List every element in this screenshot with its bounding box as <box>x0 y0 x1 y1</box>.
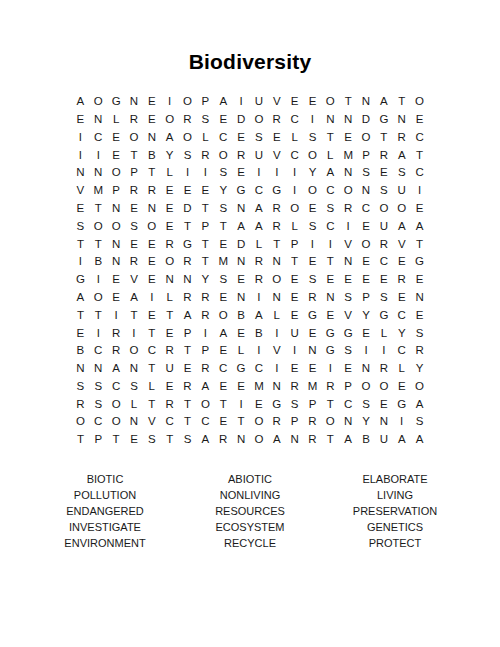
grid-cell[interactable]: A <box>250 307 268 325</box>
grid-cell[interactable]: C <box>393 307 411 325</box>
grid-cell[interactable]: M <box>304 378 322 396</box>
grid-cell[interactable]: E <box>214 413 232 431</box>
grid-cell[interactable]: G <box>393 396 411 414</box>
grid-cell[interactable]: E <box>232 324 250 342</box>
grid-cell[interactable]: N <box>375 413 393 431</box>
grid-cell[interactable]: T <box>161 431 179 449</box>
grid-cell[interactable]: G <box>232 360 250 378</box>
grid-cell[interactable]: P <box>357 146 375 164</box>
grid-cell[interactable]: G <box>107 93 125 111</box>
grid-cell[interactable]: I <box>196 164 214 182</box>
grid-cell[interactable]: T <box>214 218 232 236</box>
grid-cell[interactable]: T <box>321 129 339 147</box>
grid-cell[interactable]: Y <box>411 360 429 378</box>
grid-cell[interactable]: I <box>125 324 143 342</box>
grid-cell[interactable]: B <box>357 431 375 449</box>
grid-cell[interactable]: E <box>125 431 143 449</box>
grid-cell[interactable]: A <box>411 396 429 414</box>
grid-cell[interactable]: B <box>72 342 90 360</box>
grid-cell[interactable]: E <box>179 360 197 378</box>
grid-cell[interactable]: E <box>375 396 393 414</box>
grid-cell[interactable]: A <box>339 431 357 449</box>
grid-cell[interactable]: R <box>250 253 268 271</box>
grid-cell[interactable]: L <box>321 146 339 164</box>
grid-cell[interactable]: E <box>393 378 411 396</box>
grid-cell[interactable]: P <box>107 182 125 200</box>
grid-cell[interactable]: D <box>357 111 375 129</box>
grid-cell[interactable]: L <box>250 235 268 253</box>
grid-cell[interactable]: O <box>357 378 375 396</box>
grid-cell[interactable]: E <box>143 235 161 253</box>
grid-cell[interactable]: Y <box>357 307 375 325</box>
grid-cell[interactable]: S <box>179 431 197 449</box>
grid-cell[interactable]: E <box>411 307 429 325</box>
grid-cell[interactable]: E <box>214 342 232 360</box>
grid-cell[interactable]: N <box>357 182 375 200</box>
grid-cell[interactable]: E <box>196 182 214 200</box>
grid-cell[interactable]: N <box>357 360 375 378</box>
grid-cell[interactable]: N <box>143 200 161 218</box>
grid-cell[interactable]: V <box>339 307 357 325</box>
grid-cell[interactable]: U <box>161 360 179 378</box>
grid-cell[interactable]: E <box>286 93 304 111</box>
grid-cell[interactable]: O <box>393 200 411 218</box>
grid-cell[interactable]: E <box>232 129 250 147</box>
grid-cell[interactable]: O <box>304 146 322 164</box>
grid-cell[interactable]: E <box>161 378 179 396</box>
grid-cell[interactable]: O <box>107 218 125 236</box>
grid-cell[interactable]: O <box>179 129 197 147</box>
grid-cell[interactable]: I <box>411 182 429 200</box>
grid-cell[interactable]: P <box>286 413 304 431</box>
grid-cell[interactable]: C <box>339 396 357 414</box>
grid-cell[interactable]: I <box>72 253 90 271</box>
grid-cell[interactable]: O <box>89 93 107 111</box>
grid-cell[interactable]: O <box>357 235 375 253</box>
grid-cell[interactable]: U <box>375 218 393 236</box>
grid-cell[interactable]: E <box>143 307 161 325</box>
grid-cell[interactable]: G <box>411 253 429 271</box>
grid-cell[interactable]: I <box>286 342 304 360</box>
grid-cell[interactable]: S <box>143 431 161 449</box>
grid-cell[interactable]: C <box>393 342 411 360</box>
grid-cell[interactable]: E <box>107 271 125 289</box>
grid-cell[interactable]: E <box>214 235 232 253</box>
grid-cell[interactable]: E <box>304 93 322 111</box>
grid-cell[interactable]: E <box>393 253 411 271</box>
grid-cell[interactable]: S <box>357 396 375 414</box>
grid-cell[interactable]: S <box>393 164 411 182</box>
grid-cell[interactable]: A <box>393 218 411 236</box>
grid-cell[interactable]: R <box>304 431 322 449</box>
grid-cell[interactable]: I <box>339 218 357 236</box>
grid-cell[interactable]: O <box>214 146 232 164</box>
grid-cell[interactable]: N <box>268 289 286 307</box>
grid-cell[interactable]: O <box>143 218 161 236</box>
grid-cell[interactable]: A <box>411 431 429 449</box>
grid-cell[interactable]: V <box>339 235 357 253</box>
grid-cell[interactable]: R <box>179 111 197 129</box>
grid-cell[interactable]: A <box>393 431 411 449</box>
grid-cell[interactable]: A <box>250 200 268 218</box>
grid-cell[interactable]: P <box>357 289 375 307</box>
grid-cell[interactable]: T <box>232 413 250 431</box>
grid-cell[interactable]: A <box>107 360 125 378</box>
grid-cell[interactable]: C <box>375 253 393 271</box>
grid-cell[interactable]: T <box>339 93 357 111</box>
grid-cell[interactable]: T <box>125 146 143 164</box>
grid-cell[interactable]: I <box>286 164 304 182</box>
grid-cell[interactable]: N <box>89 111 107 129</box>
grid-cell[interactable]: N <box>72 360 90 378</box>
grid-cell[interactable]: S <box>304 129 322 147</box>
grid-cell[interactable]: O <box>250 111 268 129</box>
grid-cell[interactable]: I <box>196 324 214 342</box>
grid-cell[interactable]: S <box>375 289 393 307</box>
grid-cell[interactable]: T <box>72 235 90 253</box>
grid-cell[interactable]: S <box>339 342 357 360</box>
grid-cell[interactable]: R <box>125 182 143 200</box>
grid-cell[interactable]: S <box>89 378 107 396</box>
grid-cell[interactable]: P <box>339 378 357 396</box>
grid-cell[interactable]: O <box>161 253 179 271</box>
grid-cell[interactable]: T <box>89 200 107 218</box>
grid-cell[interactable]: T <box>89 235 107 253</box>
grid-cell[interactable]: T <box>143 360 161 378</box>
grid-cell[interactable]: M <box>89 182 107 200</box>
grid-cell[interactable]: V <box>143 413 161 431</box>
grid-cell[interactable]: R <box>107 324 125 342</box>
grid-cell[interactable]: Y <box>196 271 214 289</box>
grid-cell[interactable]: L <box>286 129 304 147</box>
grid-cell[interactable]: A <box>411 218 429 236</box>
grid-cell[interactable]: G <box>72 271 90 289</box>
grid-cell[interactable]: A <box>196 378 214 396</box>
grid-cell[interactable]: R <box>196 289 214 307</box>
grid-cell[interactable]: E <box>107 289 125 307</box>
grid-cell[interactable]: S <box>72 378 90 396</box>
grid-cell[interactable]: V <box>268 342 286 360</box>
grid-cell[interactable]: R <box>286 378 304 396</box>
grid-cell[interactable]: S <box>125 378 143 396</box>
grid-cell[interactable]: E <box>411 200 429 218</box>
grid-cell[interactable]: E <box>232 271 250 289</box>
grid-cell[interactable]: I <box>72 129 90 147</box>
grid-cell[interactable]: I <box>250 342 268 360</box>
grid-cell[interactable]: R <box>250 271 268 289</box>
grid-cell[interactable]: O <box>196 396 214 414</box>
grid-cell[interactable]: B <box>89 253 107 271</box>
grid-cell[interactable]: T <box>196 253 214 271</box>
grid-cell[interactable]: T <box>321 396 339 414</box>
grid-cell[interactable]: C <box>411 164 429 182</box>
grid-cell[interactable]: N <box>339 111 357 129</box>
grid-cell[interactable]: O <box>161 111 179 129</box>
grid-cell[interactable]: E <box>304 200 322 218</box>
grid-cell[interactable]: T <box>143 324 161 342</box>
grid-cell[interactable]: T <box>411 146 429 164</box>
grid-cell[interactable]: E <box>72 200 90 218</box>
grid-cell[interactable]: I <box>286 182 304 200</box>
grid-cell[interactable]: O <box>375 200 393 218</box>
grid-cell[interactable]: N <box>107 253 125 271</box>
grid-cell[interactable]: M <box>214 253 232 271</box>
grid-cell[interactable]: I <box>321 235 339 253</box>
grid-cell[interactable]: Y <box>161 146 179 164</box>
grid-cell[interactable]: T <box>268 235 286 253</box>
grid-cell[interactable]: C <box>411 129 429 147</box>
grid-cell[interactable]: A <box>179 307 197 325</box>
grid-cell[interactable]: L <box>161 164 179 182</box>
grid-cell[interactable]: O <box>411 93 429 111</box>
grid-cell[interactable]: R <box>339 200 357 218</box>
grid-cell[interactable]: A <box>375 93 393 111</box>
grid-cell[interactable]: Y <box>357 413 375 431</box>
grid-cell[interactable]: I <box>89 324 107 342</box>
grid-cell[interactable]: T <box>321 431 339 449</box>
grid-cell[interactable]: E <box>107 129 125 147</box>
grid-cell[interactable]: I <box>304 111 322 129</box>
grid-cell[interactable]: T <box>393 93 411 111</box>
grid-cell[interactable]: E <box>143 271 161 289</box>
grid-cell[interactable]: T <box>89 307 107 325</box>
grid-cell[interactable]: R <box>196 146 214 164</box>
grid-cell[interactable]: S <box>304 218 322 236</box>
grid-cell[interactable]: R <box>179 378 197 396</box>
grid-cell[interactable]: S <box>375 182 393 200</box>
grid-cell[interactable]: A <box>196 431 214 449</box>
grid-cell[interactable]: E <box>107 146 125 164</box>
grid-cell[interactable]: T <box>196 235 214 253</box>
grid-cell[interactable]: N <box>143 129 161 147</box>
grid-cell[interactable]: O <box>72 413 90 431</box>
grid-cell[interactable]: G <box>375 307 393 325</box>
grid-cell[interactable]: E <box>357 253 375 271</box>
grid-cell[interactable]: E <box>179 182 197 200</box>
grid-cell[interactable]: A <box>125 289 143 307</box>
grid-cell[interactable]: S <box>179 146 197 164</box>
grid-cell[interactable]: N <box>393 111 411 129</box>
grid-cell[interactable]: I <box>179 164 197 182</box>
grid-cell[interactable]: O <box>250 431 268 449</box>
grid-cell[interactable]: P <box>196 93 214 111</box>
grid-cell[interactable]: I <box>72 146 90 164</box>
grid-cell[interactable]: E <box>321 307 339 325</box>
grid-cell[interactable]: O <box>357 129 375 147</box>
grid-cell[interactable]: R <box>232 146 250 164</box>
grid-cell[interactable]: E <box>268 129 286 147</box>
grid-cell[interactable]: E <box>411 111 429 129</box>
grid-cell[interactable]: G <box>375 111 393 129</box>
grid-cell[interactable]: O <box>286 200 304 218</box>
grid-cell[interactable]: O <box>304 182 322 200</box>
grid-cell[interactable]: O <box>411 378 429 396</box>
grid-cell[interactable]: E <box>357 324 375 342</box>
grid-cell[interactable]: S <box>286 396 304 414</box>
grid-cell[interactable]: V <box>268 93 286 111</box>
grid-cell[interactable]: U <box>286 324 304 342</box>
grid-cell[interactable]: E <box>214 378 232 396</box>
grid-cell[interactable]: S <box>89 396 107 414</box>
grid-cell[interactable]: N <box>89 360 107 378</box>
grid-cell[interactable]: C <box>250 360 268 378</box>
grid-cell[interactable]: G <box>304 307 322 325</box>
grid-cell[interactable]: I <box>375 342 393 360</box>
grid-cell[interactable]: I <box>268 164 286 182</box>
grid-cell[interactable]: B <box>250 324 268 342</box>
grid-cell[interactable]: V <box>125 271 143 289</box>
grid-cell[interactable]: I <box>161 93 179 111</box>
grid-cell[interactable]: E <box>214 289 232 307</box>
grid-cell[interactable]: C <box>143 342 161 360</box>
grid-cell[interactable]: P <box>286 235 304 253</box>
grid-cell[interactable]: T <box>375 129 393 147</box>
grid-cell[interactable]: E <box>161 182 179 200</box>
grid-cell[interactable]: D <box>232 111 250 129</box>
grid-cell[interactable]: A <box>250 218 268 236</box>
grid-cell[interactable]: L <box>393 360 411 378</box>
grid-cell[interactable]: N <box>304 342 322 360</box>
grid-cell[interactable]: R <box>393 129 411 147</box>
grid-cell[interactable]: E <box>339 129 357 147</box>
grid-cell[interactable]: V <box>268 146 286 164</box>
grid-cell[interactable]: P <box>304 396 322 414</box>
grid-cell[interactable]: I <box>107 307 125 325</box>
grid-cell[interactable]: C <box>286 111 304 129</box>
grid-cell[interactable]: O <box>268 271 286 289</box>
grid-cell[interactable]: A <box>232 218 250 236</box>
grid-cell[interactable]: A <box>268 431 286 449</box>
grid-cell[interactable]: N <box>125 413 143 431</box>
grid-cell[interactable]: U <box>250 93 268 111</box>
grid-cell[interactable]: O <box>214 307 232 325</box>
grid-cell[interactable]: N <box>286 431 304 449</box>
grid-cell[interactable]: T <box>107 431 125 449</box>
grid-cell[interactable]: I <box>143 289 161 307</box>
grid-cell[interactable]: N <box>268 378 286 396</box>
grid-cell[interactable]: Y <box>393 324 411 342</box>
grid-cell[interactable]: O <box>107 396 125 414</box>
grid-cell[interactable]: N <box>125 93 143 111</box>
grid-cell[interactable]: R <box>304 289 322 307</box>
grid-cell[interactable]: S <box>214 200 232 218</box>
grid-cell[interactable]: N <box>232 431 250 449</box>
grid-cell[interactable]: C <box>196 413 214 431</box>
grid-cell[interactable]: C <box>89 413 107 431</box>
grid-cell[interactable]: R <box>143 182 161 200</box>
grid-cell[interactable]: N <box>232 200 250 218</box>
grid-cell[interactable]: N <box>107 235 125 253</box>
grid-cell[interactable]: A <box>72 93 90 111</box>
grid-cell[interactable]: L <box>125 396 143 414</box>
grid-cell[interactable]: N <box>107 200 125 218</box>
grid-cell[interactable]: O <box>375 378 393 396</box>
grid-cell[interactable]: R <box>268 218 286 236</box>
grid-cell[interactable]: C <box>89 129 107 147</box>
grid-cell[interactable]: S <box>250 129 268 147</box>
grid-cell[interactable]: C <box>107 378 125 396</box>
grid-cell[interactable]: I <box>232 93 250 111</box>
grid-cell[interactable]: E <box>161 200 179 218</box>
grid-cell[interactable]: E <box>143 253 161 271</box>
grid-cell[interactable]: R <box>72 396 90 414</box>
grid-cell[interactable]: T <box>143 396 161 414</box>
grid-cell[interactable]: L <box>196 129 214 147</box>
grid-cell[interactable]: G <box>232 182 250 200</box>
grid-cell[interactable]: E <box>304 360 322 378</box>
grid-cell[interactable]: N <box>357 93 375 111</box>
grid-cell[interactable]: N <box>321 111 339 129</box>
grid-cell[interactable]: T <box>179 413 197 431</box>
grid-cell[interactable]: N <box>232 253 250 271</box>
grid-cell[interactable]: L <box>286 218 304 236</box>
grid-cell[interactable]: T <box>72 307 90 325</box>
grid-cell[interactable]: I <box>268 324 286 342</box>
grid-cell[interactable]: G <box>321 324 339 342</box>
grid-cell[interactable]: T <box>196 200 214 218</box>
grid-cell[interactable]: U <box>393 182 411 200</box>
grid-cell[interactable]: S <box>411 324 429 342</box>
grid-cell[interactable]: R <box>161 235 179 253</box>
grid-cell[interactable]: T <box>125 307 143 325</box>
grid-cell[interactable]: R <box>268 111 286 129</box>
grid-cell[interactable]: T <box>321 253 339 271</box>
grid-cell[interactable]: M <box>250 378 268 396</box>
grid-cell[interactable]: G <box>179 235 197 253</box>
grid-cell[interactable]: E <box>286 360 304 378</box>
grid-cell[interactable]: I <box>357 342 375 360</box>
grid-cell[interactable]: R <box>107 342 125 360</box>
grid-cell[interactable]: E <box>161 218 179 236</box>
grid-cell[interactable]: E <box>286 271 304 289</box>
grid-cell[interactable]: S <box>214 271 232 289</box>
grid-cell[interactable]: N <box>339 164 357 182</box>
grid-cell[interactable]: S <box>411 413 429 431</box>
grid-cell[interactable]: E <box>232 378 250 396</box>
grid-cell[interactable]: B <box>232 307 250 325</box>
grid-cell[interactable]: R <box>321 378 339 396</box>
grid-cell[interactable]: C <box>250 182 268 200</box>
grid-cell[interactable]: R <box>196 360 214 378</box>
grid-cell[interactable]: P <box>125 164 143 182</box>
grid-cell[interactable]: E <box>393 289 411 307</box>
grid-cell[interactable]: E <box>214 111 232 129</box>
grid-cell[interactable]: R <box>214 431 232 449</box>
grid-cell[interactable]: M <box>339 146 357 164</box>
grid-cell[interactable]: I <box>268 360 286 378</box>
grid-cell[interactable]: S <box>196 111 214 129</box>
grid-cell[interactable]: E <box>232 164 250 182</box>
grid-cell[interactable]: I <box>89 146 107 164</box>
grid-cell[interactable]: T <box>286 253 304 271</box>
grid-cell[interactable]: Y <box>304 164 322 182</box>
grid-cell[interactable]: C <box>214 360 232 378</box>
grid-cell[interactable]: P <box>179 324 197 342</box>
grid-cell[interactable]: E <box>286 307 304 325</box>
grid-cell[interactable]: R <box>125 111 143 129</box>
grid-cell[interactable]: C <box>286 146 304 164</box>
grid-cell[interactable]: N <box>179 271 197 289</box>
grid-cell[interactable]: C <box>357 200 375 218</box>
grid-cell[interactable]: P <box>196 342 214 360</box>
grid-cell[interactable]: I <box>232 396 250 414</box>
grid-cell[interactable]: S <box>304 271 322 289</box>
grid-cell[interactable]: T <box>179 396 197 414</box>
grid-cell[interactable]: N <box>89 164 107 182</box>
grid-cell[interactable]: R <box>161 342 179 360</box>
grid-cell[interactable]: T <box>179 218 197 236</box>
grid-cell[interactable]: E <box>321 271 339 289</box>
